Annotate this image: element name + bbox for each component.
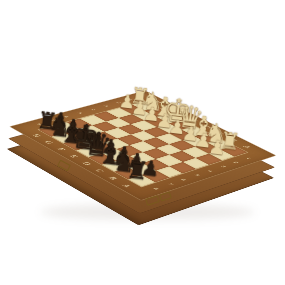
chess-set-photo: HGFEDCBA HGFEDCBA 12345678 12345678 ♜♞♝♚… (0, 0, 285, 285)
chess-board: HGFEDCBA HGFEDCBA 12345678 12345678 ♜♞♝♚… (9, 90, 276, 200)
piece-black-rook[interactable]: ♜ (124, 156, 149, 183)
perspective-tilt: HGFEDCBA HGFEDCBA 12345678 12345678 ♜♞♝♚… (0, 0, 285, 285)
piece-white-pawn[interactable]: ♟ (207, 136, 226, 157)
